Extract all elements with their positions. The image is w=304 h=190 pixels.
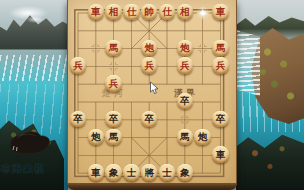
piece-black-炮[interactable]: 炮 [194,129,211,146]
bottom-rocks-moss [240,140,300,184]
piece-red-相[interactable]: 相 [105,4,122,21]
board-grid [67,0,237,190]
board-frame-bottom [67,183,237,190]
piece-black-車[interactable]: 車 [212,146,229,163]
piece-black-士[interactable]: 士 [159,164,176,181]
piece-black-馬[interactable]: 馬 [177,129,194,146]
walrus-logo-icon [5,128,55,158]
piece-red-兵[interactable]: 兵 [141,57,158,74]
piece-red-兵[interactable]: 兵 [212,57,229,74]
piece-black-卒[interactable]: 卒 [105,111,122,128]
scenery-right [236,0,304,190]
piece-red-仕[interactable]: 仕 [123,4,140,21]
piece-black-車[interactable]: 車 [88,164,105,181]
water-rapids [0,55,68,81]
piece-red-兵[interactable]: 兵 [70,57,87,74]
piece-red-兵[interactable]: 兵 [105,75,122,92]
piece-black-卒[interactable]: 卒 [212,111,229,128]
piece-black-將[interactable]: 將 [141,164,158,181]
waterfall [236,30,260,96]
piece-black-象[interactable]: 象 [105,164,122,181]
snow-patch [26,16,44,23]
piece-black-馬[interactable]: 馬 [105,129,122,146]
rock-moss [256,36,302,116]
piece-red-車[interactable]: 車 [212,4,229,21]
piece-black-士[interactable]: 士 [123,164,140,181]
scenery-left: 布海象棋 [0,0,68,190]
xiangqi-board[interactable]: 楚河 漢界 車相仕帥仕相車馬炮炮馬兵兵兵兵兵卒卒卒卒卒炮馬馬炮車車象士將士象 [67,0,237,190]
watermark-text: 布海象棋 [1,162,55,176]
piece-red-馬[interactable]: 馬 [212,40,229,57]
piece-red-兵[interactable]: 兵 [177,57,194,74]
piece-black-象[interactable]: 象 [177,164,194,181]
piece-red-馬[interactable]: 馬 [105,40,122,57]
xiangqi-app-screen: 布海象棋 楚河 漢界 車相仕帥仕相車馬炮炮馬兵兵兵兵兵卒卒卒卒卒炮馬馬炮車車象士… [0,0,304,190]
piece-red-炮[interactable]: 炮 [177,40,194,57]
piece-black-炮[interactable]: 炮 [88,129,105,146]
